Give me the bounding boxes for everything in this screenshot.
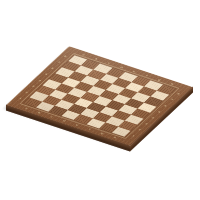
chess-board: abcdefgh abcdefgh 12345678 12345678 (6, 46, 193, 146)
board-field (23, 55, 175, 137)
product-photo-scene: abcdefgh abcdefgh 12345678 12345678 (0, 0, 200, 200)
